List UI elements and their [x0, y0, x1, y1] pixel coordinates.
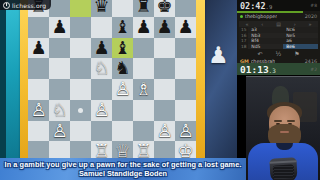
square-g2[interactable]: ♙ [154, 121, 175, 142]
black-pawn[interactable]: ♟ [175, 17, 196, 38]
stopwatch-icon [3, 2, 10, 9]
background-middle: ♟ [205, 0, 237, 180]
resign-flag-icon[interactable]: ⚑ [294, 50, 299, 58]
player-clock-tenths: .3 [269, 67, 276, 74]
microphone [269, 157, 297, 180]
square-e7[interactable]: ♝ [112, 17, 133, 38]
takeback-icon[interactable]: ↶ [257, 50, 262, 58]
square-c6[interactable] [70, 38, 91, 59]
quote-author: Samuel Standidge Boden [0, 169, 246, 178]
square-h7[interactable]: ♟ [175, 17, 196, 38]
square-e2[interactable] [112, 121, 133, 142]
black-pawn[interactable]: ♟ [154, 17, 175, 38]
square-f6[interactable] [133, 38, 154, 59]
square-b6[interactable] [49, 38, 70, 59]
white-pawn[interactable]: ♙ [154, 121, 175, 142]
move-black-current[interactable]: Be6 [283, 44, 318, 50]
square-c7[interactable] [70, 17, 91, 38]
square-d7[interactable] [91, 17, 112, 38]
black-pawn[interactable]: ♟ [91, 38, 112, 59]
square-d4[interactable] [91, 79, 112, 100]
white-knight[interactable]: ♘ [49, 100, 70, 121]
square-e5[interactable]: ♞ [112, 58, 133, 79]
square-b3[interactable]: ♘ [49, 100, 70, 121]
pawn-icon: ♟ [208, 42, 229, 68]
square-h8[interactable] [175, 0, 196, 17]
streamer-eyebrow [274, 120, 282, 122]
opponent-clock-time: 02:42 [240, 1, 266, 11]
square-g3[interactable] [154, 100, 175, 121]
square-b7[interactable]: ♟ [49, 17, 70, 38]
stream-frame: ♜♛♜♚♟♝♟♟♟♟♟♝♘♞♙♗♙♘♙♙♙♙♖♕♖♔ lichess.org ♟… [0, 0, 320, 180]
square-e6[interactable]: ♝ [112, 38, 133, 59]
site-badge: lichess.org [0, 0, 51, 10]
game-actions[interactable]: ↶ ½ ⚑ [237, 50, 320, 58]
square-b2[interactable]: ♙ [49, 121, 70, 142]
square-c5[interactable] [70, 58, 91, 79]
square-a7[interactable] [28, 17, 49, 38]
square-a3[interactable]: ♙ [28, 100, 49, 121]
streamer-mouth [280, 131, 289, 133]
white-pawn[interactable]: ♙ [28, 100, 49, 121]
black-pawn[interactable]: ♟ [49, 17, 70, 38]
square-b5[interactable] [49, 58, 70, 79]
white-knight[interactable]: ♘ [91, 58, 112, 79]
background-edge [0, 0, 6, 180]
square-h6[interactable] [175, 38, 196, 59]
white-bishop[interactable]: ♗ [133, 79, 154, 100]
white-pawn[interactable]: ♙ [112, 79, 133, 100]
black-king[interactable]: ♚ [154, 0, 175, 17]
opponent-rating: 2020 [305, 14, 317, 19]
black-pawn[interactable]: ♟ [28, 38, 49, 59]
square-d2[interactable] [91, 121, 112, 142]
streamer-eyebrow [287, 120, 295, 122]
square-h4[interactable] [175, 79, 196, 100]
player-clock-time: 01:13 [240, 64, 269, 75]
square-f7[interactable]: ♟ [133, 17, 154, 38]
square-d5[interactable]: ♘ [91, 58, 112, 79]
square-b4[interactable] [49, 79, 70, 100]
square-f2[interactable] [133, 121, 154, 142]
square-a5[interactable] [28, 58, 49, 79]
move-white[interactable]: Nd5 [248, 44, 283, 50]
square-g4[interactable] [154, 79, 175, 100]
square-f3[interactable] [133, 100, 154, 121]
move-list[interactable]: 15 a3 Nc6 16 Nb3 Ne5 17 Bf4 a6 18 Nd5 Be… [239, 27, 318, 49]
square-a6[interactable]: ♟ [28, 38, 49, 59]
quote-caption: In a gambit you give up a pawn for the s… [0, 158, 246, 180]
square-c8[interactable] [70, 0, 91, 17]
square-g6[interactable] [154, 38, 175, 59]
opponent-row[interactable]: thebigbopper 2020 [237, 13, 320, 20]
square-d3[interactable]: ♙ [91, 100, 112, 121]
square-h5[interactable] [175, 58, 196, 79]
player-clock-active: 01:13 .3 #2 [237, 63, 320, 75]
square-c2[interactable] [70, 121, 91, 142]
black-knight[interactable]: ♞ [112, 58, 133, 79]
lichess-panel: 02:42 .9 #8 thebigbopper 2020 « ‹ ▤ › » … [237, 0, 320, 75]
square-d8[interactable]: ♛ [91, 0, 112, 17]
square-a2[interactable] [28, 121, 49, 142]
online-dot-icon [240, 15, 243, 18]
microphone-band [270, 160, 297, 163]
black-bishop[interactable]: ♝ [112, 17, 133, 38]
square-g7[interactable]: ♟ [154, 17, 175, 38]
webcam-edge [246, 76, 320, 77]
white-pawn[interactable]: ♙ [175, 121, 196, 142]
opponent-rank: #8 [310, 3, 317, 8]
square-c3[interactable] [70, 100, 91, 121]
square-g8[interactable]: ♚ [154, 0, 175, 17]
black-pawn[interactable]: ♟ [133, 17, 154, 38]
square-f4[interactable]: ♗ [133, 79, 154, 100]
square-a4[interactable] [28, 79, 49, 100]
move-row[interactable]: 18 Nd5 Be6 [239, 44, 318, 50]
square-g5[interactable] [154, 58, 175, 79]
move-hint-dot [78, 108, 83, 113]
square-c4[interactable] [70, 79, 91, 100]
chess-board[interactable]: ♜♛♜♚♟♝♟♟♟♟♟♝♘♞♙♗♙♘♙♙♙♙♖♕♖♔ [28, 0, 196, 162]
quote-text: In a gambit you give up a pawn for the s… [0, 160, 246, 169]
square-h3[interactable] [175, 100, 196, 121]
site-badge-label: lichess.org [12, 2, 46, 9]
black-queen[interactable]: ♛ [91, 0, 112, 17]
square-e4[interactable]: ♙ [112, 79, 133, 100]
time-bar [237, 11, 303, 13]
square-f8[interactable]: ♜ [133, 0, 154, 17]
webcam-feed [246, 76, 320, 180]
square-d6[interactable]: ♟ [91, 38, 112, 59]
white-pawn[interactable]: ♙ [91, 100, 112, 121]
opponent-clock: 02:42 .9 #8 [237, 0, 320, 11]
white-pawn[interactable]: ♙ [49, 121, 70, 142]
opponent-clock-tenths: .9 [266, 4, 273, 10]
square-h2[interactable]: ♙ [175, 121, 196, 142]
draw-offer-icon[interactable]: ½ [275, 50, 281, 58]
square-f5[interactable] [133, 58, 154, 79]
square-b8[interactable] [49, 0, 70, 17]
black-rook[interactable]: ♜ [133, 0, 154, 17]
move-number: 18 [239, 44, 248, 50]
microphone-grill [273, 164, 295, 179]
square-e3[interactable] [112, 100, 133, 121]
black-bishop[interactable]: ♝ [112, 38, 133, 59]
player-rank: #2 [310, 67, 317, 72]
square-e8[interactable] [112, 0, 133, 17]
opponent-name[interactable]: thebigbopper [245, 14, 277, 19]
